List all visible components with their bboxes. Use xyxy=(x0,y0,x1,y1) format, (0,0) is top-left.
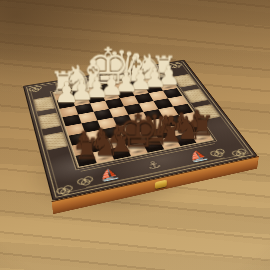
map-panel-icon xyxy=(38,113,61,130)
map-panel-icon xyxy=(43,132,67,151)
chess-board-box: ⛵⚓⛵ ♜♞♝♚♛♝♞♜♟♟♟♟♟♟♟♟♟♟♟♟♟♟♟♟♜♞♝♚♛♝♞♜ xyxy=(23,60,258,201)
sailing-ship-icon: ⛵ xyxy=(97,167,120,181)
corner-knot-icon xyxy=(230,148,251,158)
knot-icon xyxy=(76,175,97,186)
brown-rook-h8[interactable]: ♜ xyxy=(74,136,100,162)
scene: ⛵⚓⛵ ♜♞♝♚♛♝♞♜♟♟♟♟♟♟♟♟♟♟♟♟♟♟♟♟♜♞♝♚♛♝♞♜ xyxy=(0,0,270,270)
anchor-icon: ⚓ xyxy=(145,158,163,170)
knot-icon xyxy=(208,148,228,158)
corner-knot-icon xyxy=(55,184,76,196)
sailing-ship-icon: ⛵ xyxy=(186,149,210,162)
brass-clasp[interactable] xyxy=(155,180,167,189)
